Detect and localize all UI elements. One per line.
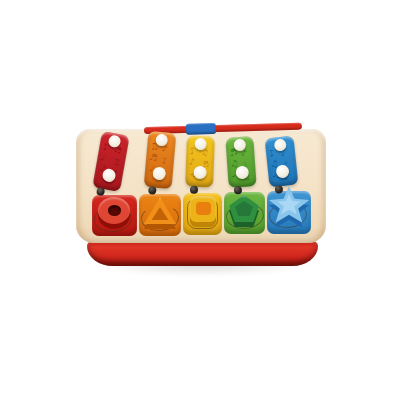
shape-inner-detail [277,194,301,216]
square-shape [190,196,216,227]
music-note-icon: ♫ [113,159,120,167]
shape-block-star [267,191,311,234]
shape-block-circle [92,195,137,236]
shape-top-face [190,196,216,222]
xylophone-bar-orange: ♫♪♬♪♩♫ [144,131,177,189]
xylophone-bar-green: ♬♪♫♩♪♫ [225,136,256,188]
mallet-grip [186,123,216,135]
product-photo: ♪♬♩♫♪♬♫♪♬♪♩♫♪♫♪♬♫♪♬♪♫♩♪♫♪♩♫♪♬♪ [0,0,400,400]
star-shape [268,186,310,231]
white-peg-pin [193,166,206,179]
music-note-icon: ♪ [102,142,109,152]
music-note-icon: ♬ [148,153,158,164]
shape-inner-detail [152,207,169,220]
white-peg-pin [152,166,166,180]
music-note-icon: ♪ [161,157,167,166]
shape-top-face [229,195,259,222]
shape-block-triangle [139,194,181,236]
shape-top-face [144,197,176,224]
xylophone-bar-yellow: ♪♫♪♬♫♪ [185,136,215,188]
white-peg-pin [101,168,116,183]
shape-inner-detail [196,202,211,215]
music-note-icon: ♪ [188,157,195,167]
shape-hole [108,205,121,216]
xylophone-bar-blue: ♪♩♫♪♬♪ [265,136,299,188]
shape-inner-detail [235,201,253,216]
circle-shape [98,197,130,229]
music-note-icon: ♪ [268,148,277,159]
triangle-shape [144,197,176,229]
base-tray [87,240,318,266]
shape-block-pentagon [224,192,265,234]
shape-block-square [183,193,222,235]
white-peg-pin [235,166,249,180]
shape-top-face [98,197,130,224]
pentagon-shape [229,195,259,227]
music-note-icon: ♩ [99,153,106,163]
